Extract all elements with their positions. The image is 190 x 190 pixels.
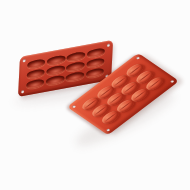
oval-cavity [46, 75, 65, 86]
mold-cell [25, 77, 45, 91]
mold-cell [45, 73, 65, 87]
mold-cell [65, 70, 85, 84]
oval-cavity [86, 68, 105, 79]
mold-cell [85, 66, 105, 80]
photo-background [0, 0, 190, 190]
oval-cavity [26, 79, 45, 90]
oval-cavity [66, 71, 85, 82]
